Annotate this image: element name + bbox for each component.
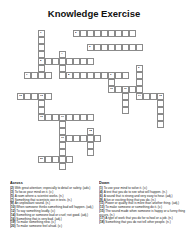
grid-cell[interactable] <box>136 86 143 93</box>
clue-number: 5 <box>40 59 41 62</box>
clue-number: 2 <box>75 31 76 34</box>
page-title: Knowledge Exercise <box>0 8 188 19</box>
grid-cell[interactable]: 11 <box>122 86 129 93</box>
grid-cell[interactable]: 10 <box>108 86 115 93</box>
grid-cell[interactable] <box>101 30 108 37</box>
clue-number: 14 <box>138 94 141 97</box>
clue-number: 15 <box>159 94 162 97</box>
clue-item-text: Something that you do not tell other peo… <box>105 220 170 224</box>
grid-cell[interactable] <box>136 44 143 51</box>
grid-cell[interactable] <box>59 142 66 149</box>
crossword-grid: 1234567891011121314151617181920 <box>17 30 173 172</box>
grid-cell[interactable] <box>66 135 73 142</box>
grid-cell[interactable]: 12 <box>17 93 24 100</box>
grid-cell[interactable] <box>38 65 45 72</box>
grid-cell[interactable] <box>80 135 87 142</box>
grid-cell[interactable]: 8 <box>66 72 73 79</box>
grid-cell[interactable] <box>87 30 94 37</box>
grid-cell[interactable] <box>136 79 143 86</box>
clue-number: 12 <box>19 94 22 97</box>
clue-number: 17 <box>61 115 64 118</box>
down-clues-section: Down (1) To use your mind to solve it. (… <box>99 181 187 243</box>
clue-number: 10 <box>110 87 113 90</box>
grid-cell[interactable] <box>108 44 115 51</box>
grid-cell[interactable] <box>87 58 94 65</box>
grid-cell[interactable] <box>87 142 94 149</box>
clue-number: 11 <box>124 87 127 90</box>
clue-number: 3 <box>89 45 90 48</box>
grid-cell[interactable] <box>38 100 45 107</box>
grid-cell[interactable]: 7 <box>24 72 31 79</box>
grid-cell[interactable] <box>122 100 129 107</box>
grid-cell[interactable]: 6 <box>136 65 143 72</box>
clue-number: 9 <box>110 73 111 76</box>
grid-cell[interactable] <box>66 58 73 65</box>
grid-cell[interactable] <box>94 44 101 51</box>
grid-cell[interactable] <box>38 72 45 79</box>
grid-cell[interactable]: 19 <box>59 135 66 142</box>
grid-cell[interactable] <box>73 135 80 142</box>
grid-cell[interactable] <box>59 128 66 135</box>
grid-cell[interactable] <box>87 135 94 142</box>
down-header: Down <box>99 181 187 185</box>
clue-number: 6 <box>138 66 139 69</box>
grid-cell[interactable] <box>157 100 164 107</box>
grid-cell[interactable] <box>101 44 108 51</box>
grid-cell[interactable] <box>59 58 66 65</box>
grid-cell[interactable] <box>80 72 87 79</box>
grid-cell[interactable] <box>122 107 129 114</box>
crossword-page: Knowledge Exercise 123456789101112131415… <box>0 0 188 243</box>
across-clue-item: (20) To make someone feel afraid. (v.) <box>10 224 98 228</box>
clue-number: 7 <box>26 73 27 76</box>
grid-cell[interactable]: 5 <box>38 58 45 65</box>
grid-cell[interactable] <box>59 72 66 79</box>
grid-cell[interactable] <box>66 114 73 121</box>
grid-cell[interactable] <box>122 44 129 51</box>
grid-cell[interactable] <box>45 72 52 79</box>
clue-number: 13 <box>40 94 43 97</box>
grid-cell[interactable] <box>108 30 115 37</box>
clue-number: 20 <box>40 157 43 160</box>
grid-cell[interactable] <box>52 156 59 163</box>
grid-cell[interactable] <box>143 93 150 100</box>
grid-cell[interactable]: 20 <box>38 156 45 163</box>
grid-cell[interactable] <box>59 149 66 156</box>
grid-cell[interactable] <box>94 30 101 37</box>
grid-cell[interactable] <box>38 107 45 114</box>
clue-number: 19 <box>61 136 64 139</box>
grid-cell[interactable] <box>115 86 122 93</box>
grid-cell[interactable] <box>59 65 66 72</box>
grid-cell[interactable] <box>24 93 31 100</box>
grid-cell[interactable] <box>129 86 136 93</box>
grid-cell[interactable] <box>157 114 164 121</box>
grid-cell[interactable]: 3 <box>87 44 94 51</box>
clue-number: 16 <box>40 115 43 118</box>
across-clue-list: (2) With great attention; especially to … <box>10 186 98 228</box>
grid-cell[interactable] <box>52 114 59 121</box>
grid-cell[interactable]: 15 <box>157 93 164 100</box>
clue-item-text: The sound made when someone is happy or … <box>99 209 185 216</box>
grid-cell[interactable]: 16 <box>38 114 45 121</box>
grid-cell[interactable] <box>87 72 94 79</box>
down-clue-item: (18) Something that you do not tell othe… <box>99 220 187 224</box>
grid-cell[interactable] <box>31 93 38 100</box>
grid-cell[interactable]: 14 <box>136 93 143 100</box>
grid-cell[interactable] <box>59 163 66 170</box>
grid-cell[interactable] <box>45 93 52 100</box>
grid-cell[interactable] <box>31 72 38 79</box>
grid-cell[interactable] <box>80 58 87 65</box>
grid-cell[interactable] <box>122 72 129 79</box>
grid-cell[interactable] <box>157 107 164 114</box>
grid-cell[interactable] <box>80 114 87 121</box>
grid-cell[interactable] <box>73 58 80 65</box>
down-clue-list: (1) To use your mind to solve it. (v.)(4… <box>99 186 187 224</box>
grid-cell[interactable] <box>45 58 52 65</box>
grid-cell[interactable] <box>80 30 87 37</box>
grid-cell[interactable] <box>115 44 122 51</box>
grid-cell[interactable] <box>59 156 66 163</box>
clue-number: 8 <box>68 73 69 76</box>
grid-cell[interactable] <box>136 72 143 79</box>
grid-cell[interactable]: 1 <box>38 30 45 37</box>
grid-cell[interactable] <box>73 72 80 79</box>
grid-cell[interactable] <box>73 114 80 121</box>
across-clues-section: Across (2) With great attention; especia… <box>10 181 98 243</box>
down-clue-item: (15) The sound made when someone is happ… <box>99 209 187 216</box>
grid-cell[interactable] <box>87 149 94 156</box>
grid-cell[interactable] <box>157 121 164 128</box>
grid-cell[interactable] <box>122 93 129 100</box>
grid-cell[interactable] <box>59 121 66 128</box>
grid-cell[interactable] <box>108 79 115 86</box>
grid-cell[interactable] <box>52 58 59 65</box>
clue-number: 1 <box>40 31 41 34</box>
grid-cell[interactable] <box>122 30 129 37</box>
grid-cell[interactable] <box>87 114 94 121</box>
across-header: Across <box>10 181 98 185</box>
grid-cell[interactable]: 13 <box>38 93 45 100</box>
grid-cell[interactable] <box>129 44 136 51</box>
grid-cell[interactable] <box>38 37 45 44</box>
grid-cell[interactable] <box>94 135 101 142</box>
grid-cell[interactable]: 18 <box>87 128 94 135</box>
grid-cell[interactable]: 2 <box>73 30 80 37</box>
grid-cell[interactable]: 17 <box>59 114 66 121</box>
grid-cell[interactable] <box>66 156 73 163</box>
grid-cell[interactable] <box>115 30 122 37</box>
grid-cell[interactable] <box>45 156 52 163</box>
clue-number: 18 <box>89 129 92 132</box>
grid-cell[interactable] <box>94 72 101 79</box>
clue-number: 4 <box>61 52 62 55</box>
grid-cell[interactable]: 9 <box>108 72 115 79</box>
grid-cell[interactable] <box>101 72 108 79</box>
clue-item-text: To make someone feel afraid. (v.) <box>16 224 62 228</box>
grid-cell[interactable] <box>38 51 45 58</box>
grid-cell[interactable] <box>45 114 52 121</box>
grid-cell[interactable]: 4 <box>59 51 66 58</box>
grid-cell[interactable] <box>150 93 157 100</box>
grid-cell[interactable] <box>115 72 122 79</box>
grid-cell[interactable] <box>129 30 136 37</box>
grid-cell[interactable] <box>38 44 45 51</box>
